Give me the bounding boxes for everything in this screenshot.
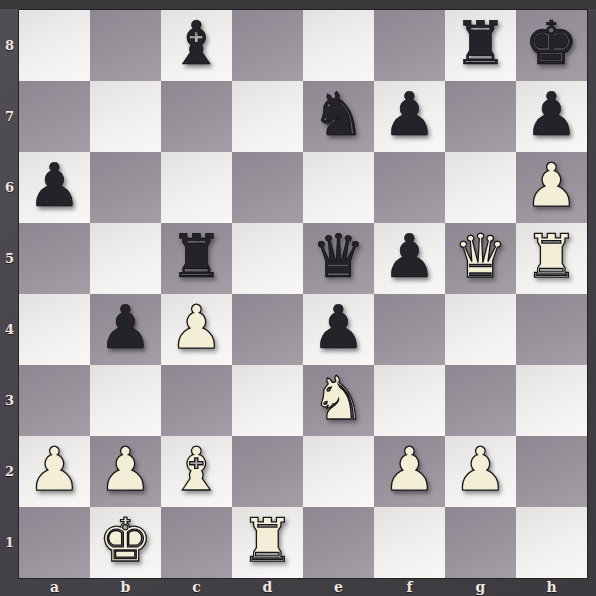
square-e5[interactable]: ♛ (303, 223, 374, 294)
square-h4[interactable] (516, 294, 587, 365)
piece-white-rook[interactable]: ♜ (241, 505, 295, 576)
square-e3[interactable]: ♞ (303, 365, 374, 436)
square-e8[interactable] (303, 10, 374, 81)
square-b1[interactable]: ♚ (90, 507, 161, 578)
square-c1[interactable] (161, 507, 232, 578)
piece-white-bishop[interactable]: ♝ (170, 434, 224, 505)
square-h2[interactable] (516, 436, 587, 507)
square-d2[interactable] (232, 436, 303, 507)
chess-board-frame: 87654321 abcdefgh ♝♜♚♞♟♟♟♟♜♛♟♛♜♟♟♟♞♟♟♝♟♟… (0, 0, 596, 596)
piece-white-pawn[interactable]: ♟ (170, 292, 224, 363)
square-g4[interactable] (445, 294, 516, 365)
rank-labels: 87654321 (0, 10, 19, 578)
square-f3[interactable] (374, 365, 445, 436)
piece-white-pawn[interactable]: ♟ (28, 434, 82, 505)
square-a8[interactable] (19, 10, 90, 81)
square-e7[interactable]: ♞ (303, 81, 374, 152)
piece-black-queen[interactable]: ♛ (312, 221, 366, 292)
rank-label-5: 5 (0, 223, 19, 294)
square-g5[interactable]: ♛ (445, 223, 516, 294)
square-b3[interactable] (90, 365, 161, 436)
piece-black-king[interactable]: ♚ (525, 8, 579, 79)
square-g6[interactable] (445, 152, 516, 223)
file-label-h: h (516, 578, 587, 596)
square-a4[interactable] (19, 294, 90, 365)
square-g2[interactable]: ♟ (445, 436, 516, 507)
piece-black-pawn[interactable]: ♟ (99, 292, 153, 363)
square-b6[interactable] (90, 152, 161, 223)
square-f2[interactable]: ♟ (374, 436, 445, 507)
rank-label-3: 3 (0, 365, 19, 436)
square-h8[interactable]: ♚ (516, 10, 587, 81)
chess-board: ♝♜♚♞♟♟♟♟♜♛♟♛♜♟♟♟♞♟♟♝♟♟♚♜ (19, 10, 587, 578)
piece-black-pawn[interactable]: ♟ (28, 150, 82, 221)
square-b8[interactable] (90, 10, 161, 81)
square-e6[interactable] (303, 152, 374, 223)
piece-black-pawn[interactable]: ♟ (312, 292, 366, 363)
square-d5[interactable] (232, 223, 303, 294)
file-label-c: c (161, 578, 232, 596)
square-a6[interactable]: ♟ (19, 152, 90, 223)
square-f1[interactable] (374, 507, 445, 578)
square-f7[interactable]: ♟ (374, 81, 445, 152)
piece-black-pawn[interactable]: ♟ (383, 221, 437, 292)
piece-black-pawn[interactable]: ♟ (525, 79, 579, 150)
square-c5[interactable]: ♜ (161, 223, 232, 294)
square-e4[interactable]: ♟ (303, 294, 374, 365)
piece-black-bishop[interactable]: ♝ (170, 8, 224, 79)
square-h7[interactable]: ♟ (516, 81, 587, 152)
piece-white-pawn[interactable]: ♟ (525, 150, 579, 221)
piece-white-pawn[interactable]: ♟ (454, 434, 508, 505)
file-label-d: d (232, 578, 303, 596)
file-label-a: a (19, 578, 90, 596)
file-label-b: b (90, 578, 161, 596)
piece-white-king[interactable]: ♚ (99, 505, 153, 576)
square-d7[interactable] (232, 81, 303, 152)
square-f8[interactable] (374, 10, 445, 81)
square-b7[interactable] (90, 81, 161, 152)
rank-label-1: 1 (0, 507, 19, 578)
rank-label-2: 2 (0, 436, 19, 507)
square-a3[interactable] (19, 365, 90, 436)
rank-label-8: 8 (0, 10, 19, 81)
square-g1[interactable] (445, 507, 516, 578)
square-h1[interactable] (516, 507, 587, 578)
square-f4[interactable] (374, 294, 445, 365)
square-b4[interactable]: ♟ (90, 294, 161, 365)
square-h3[interactable] (516, 365, 587, 436)
square-g7[interactable] (445, 81, 516, 152)
square-d6[interactable] (232, 152, 303, 223)
square-d3[interactable] (232, 365, 303, 436)
square-d1[interactable]: ♜ (232, 507, 303, 578)
square-c7[interactable] (161, 81, 232, 152)
square-a2[interactable]: ♟ (19, 436, 90, 507)
square-d4[interactable] (232, 294, 303, 365)
piece-black-rook[interactable]: ♜ (170, 221, 224, 292)
rank-label-4: 4 (0, 294, 19, 365)
square-f6[interactable] (374, 152, 445, 223)
square-c4[interactable]: ♟ (161, 294, 232, 365)
square-g3[interactable] (445, 365, 516, 436)
square-a5[interactable] (19, 223, 90, 294)
file-label-g: g (445, 578, 516, 596)
rank-label-6: 6 (0, 152, 19, 223)
square-g8[interactable]: ♜ (445, 10, 516, 81)
piece-black-pawn[interactable]: ♟ (383, 79, 437, 150)
square-h5[interactable]: ♜ (516, 223, 587, 294)
piece-white-knight[interactable]: ♞ (312, 363, 366, 434)
square-c3[interactable] (161, 365, 232, 436)
rank-label-7: 7 (0, 81, 19, 152)
file-labels: abcdefgh (19, 578, 587, 596)
square-e1[interactable] (303, 507, 374, 578)
piece-black-rook[interactable]: ♜ (454, 8, 508, 79)
square-f5[interactable]: ♟ (374, 223, 445, 294)
square-b5[interactable] (90, 223, 161, 294)
square-a1[interactable] (19, 507, 90, 578)
square-c2[interactable]: ♝ (161, 436, 232, 507)
piece-white-queen[interactable]: ♛ (454, 221, 508, 292)
square-b2[interactable]: ♟ (90, 436, 161, 507)
square-d8[interactable] (232, 10, 303, 81)
piece-white-rook[interactable]: ♜ (525, 221, 579, 292)
piece-black-knight[interactable]: ♞ (312, 79, 366, 150)
file-label-e: e (303, 578, 374, 596)
square-c6[interactable] (161, 152, 232, 223)
square-e2[interactable] (303, 436, 374, 507)
file-label-f: f (374, 578, 445, 596)
piece-white-pawn[interactable]: ♟ (99, 434, 153, 505)
square-h6[interactable]: ♟ (516, 152, 587, 223)
square-a7[interactable] (19, 81, 90, 152)
square-c8[interactable]: ♝ (161, 10, 232, 81)
piece-white-pawn[interactable]: ♟ (383, 434, 437, 505)
